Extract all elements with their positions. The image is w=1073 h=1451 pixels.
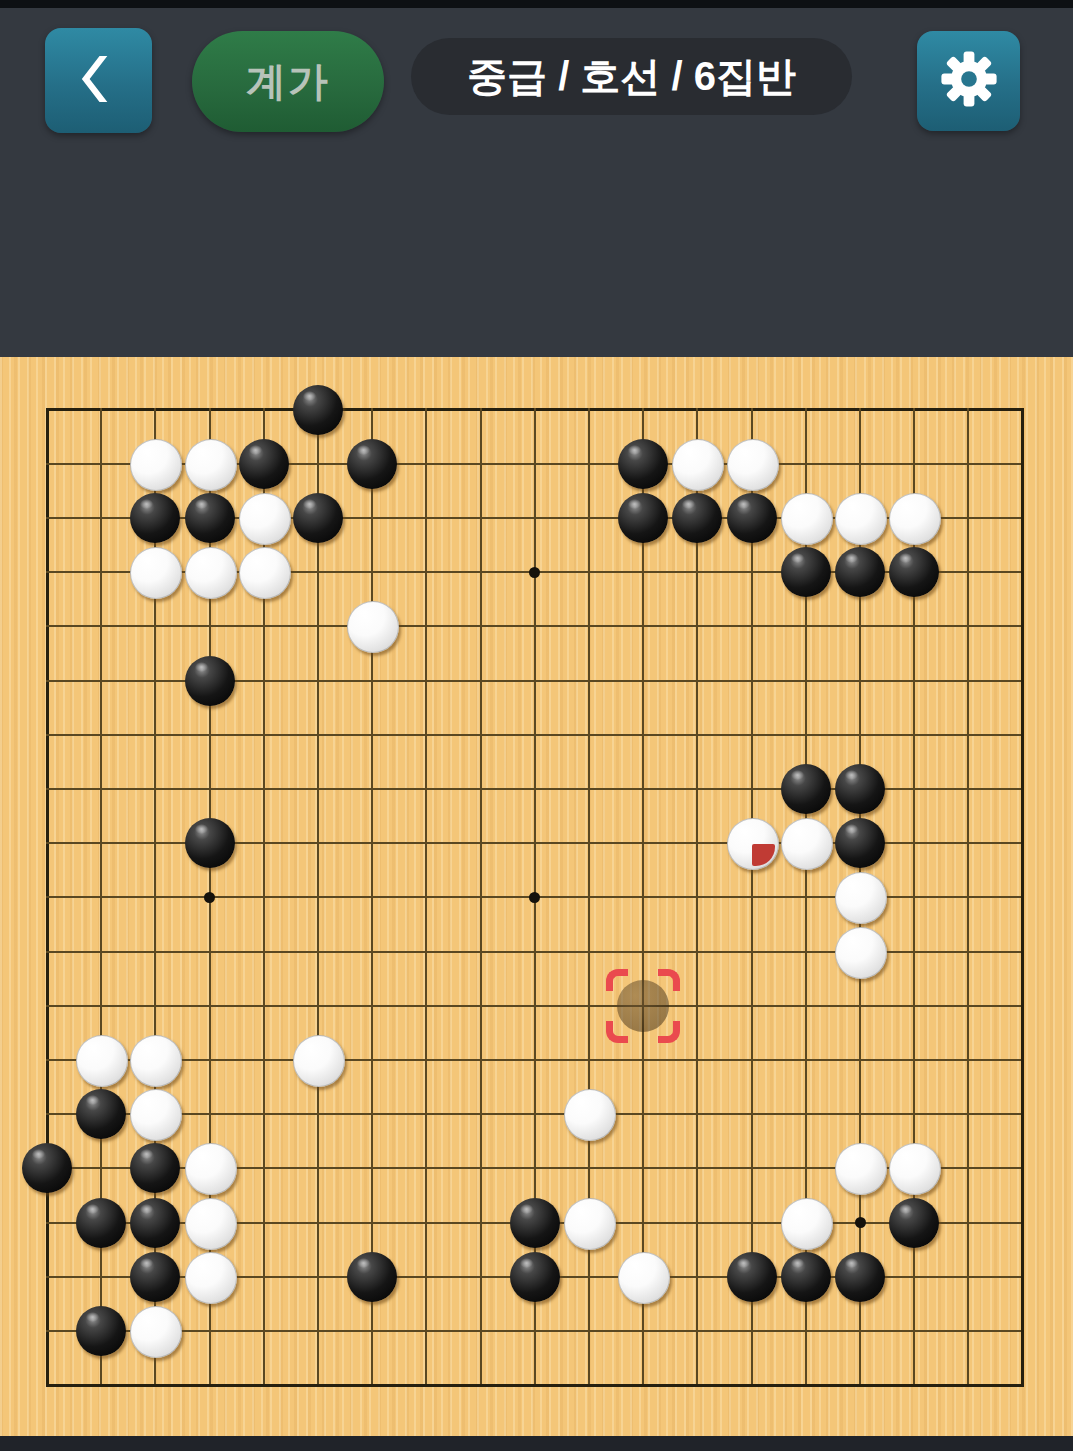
- stone-white: [185, 439, 237, 491]
- star-point: [855, 1217, 866, 1228]
- stone-black: [727, 1252, 777, 1302]
- chevron-left-icon: [73, 46, 125, 116]
- grid-line-v: [696, 408, 698, 1387]
- go-game-screen: 계가 중급 / 호선 / 6집반: [0, 0, 1073, 1451]
- stone-white: [564, 1198, 616, 1250]
- stone-black: [130, 1143, 180, 1193]
- move-cursor[interactable]: [606, 969, 680, 1043]
- stone-white: [889, 1143, 941, 1195]
- stone-black: [781, 1252, 831, 1302]
- score-count-button[interactable]: 계가: [192, 31, 384, 132]
- stone-black: [889, 1198, 939, 1248]
- stone-white: [185, 1252, 237, 1304]
- back-button[interactable]: [45, 28, 152, 133]
- stone-black: [293, 493, 343, 543]
- stone-white: [185, 1198, 237, 1250]
- stone-black: [293, 385, 343, 435]
- stone-black: [22, 1143, 72, 1193]
- stone-white: [185, 547, 237, 599]
- cursor-corner-tl: [606, 969, 628, 991]
- stone-white: [130, 1035, 182, 1087]
- bottom-strip: [0, 1436, 1073, 1451]
- stone-white: [835, 927, 887, 979]
- status-bar-strip: [0, 0, 1073, 8]
- stone-white: [781, 818, 833, 870]
- stone-black: [618, 493, 668, 543]
- stone-white: [672, 439, 724, 491]
- stone-white: [130, 1089, 182, 1141]
- grid-line-v: [642, 408, 644, 1387]
- stone-black: [510, 1198, 560, 1248]
- grid-line-h: [46, 1330, 1025, 1332]
- stone-white: [835, 1143, 887, 1195]
- cursor-corner-tr: [658, 969, 680, 991]
- stone-black: [239, 439, 289, 489]
- settings-button[interactable]: [917, 31, 1020, 131]
- stone-white: [293, 1035, 345, 1087]
- grid-line-v: [1021, 408, 1024, 1387]
- stone-black: [76, 1198, 126, 1248]
- stone-white: [130, 547, 182, 599]
- last-move-marker: [752, 844, 775, 867]
- go-board[interactable]: [0, 357, 1073, 1436]
- stone-white: [727, 439, 779, 491]
- stone-white: [781, 1198, 833, 1250]
- stone-white: [727, 818, 779, 870]
- grid-line-h: [46, 1113, 1025, 1115]
- stone-black: [185, 818, 235, 868]
- header-bar: 계가 중급 / 호선 / 6집반: [0, 8, 1073, 357]
- stone-white: [239, 547, 291, 599]
- stone-black: [130, 1252, 180, 1302]
- stone-white: [835, 872, 887, 924]
- stone-black: [835, 1252, 885, 1302]
- stone-black: [889, 547, 939, 597]
- stone-black: [835, 818, 885, 868]
- stone-black: [835, 764, 885, 814]
- stone-black: [727, 493, 777, 543]
- stone-black: [510, 1252, 560, 1302]
- grid-line-v: [751, 408, 753, 1387]
- cursor-corner-br: [658, 1021, 680, 1043]
- stone-black: [185, 493, 235, 543]
- stone-black: [347, 439, 397, 489]
- stone-white: [889, 493, 941, 545]
- grid-line-h: [46, 1059, 1025, 1061]
- stone-white: [130, 1306, 182, 1358]
- stone-white: [239, 493, 291, 545]
- stone-black: [76, 1089, 126, 1139]
- grid-line-h: [46, 1384, 1025, 1387]
- stone-black: [672, 493, 722, 543]
- grid-line-v: [967, 408, 969, 1387]
- stone-black: [76, 1306, 126, 1356]
- stone-black: [130, 493, 180, 543]
- stone-white: [781, 493, 833, 545]
- star-point: [204, 892, 215, 903]
- star-point: [529, 567, 540, 578]
- stone-white: [835, 493, 887, 545]
- cursor-corner-bl: [606, 1021, 628, 1043]
- stone-black: [185, 656, 235, 706]
- stone-white: [347, 601, 399, 653]
- stone-black: [347, 1252, 397, 1302]
- stone-white: [76, 1035, 128, 1087]
- stone-black: [618, 439, 668, 489]
- gear-icon: [939, 49, 999, 113]
- stone-black: [781, 764, 831, 814]
- stone-black: [781, 547, 831, 597]
- stone-white: [185, 1143, 237, 1195]
- stone-white: [618, 1252, 670, 1304]
- stone-black: [835, 547, 885, 597]
- star-point: [529, 892, 540, 903]
- grid-line-h: [46, 1005, 1025, 1007]
- stone-white: [564, 1089, 616, 1141]
- game-info-pill: 중급 / 호선 / 6집반: [411, 38, 852, 115]
- stone-black: [130, 1198, 180, 1248]
- stone-white: [130, 439, 182, 491]
